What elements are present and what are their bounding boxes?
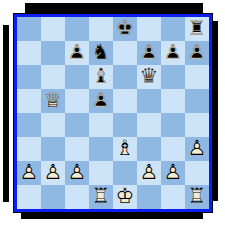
square-a7[interactable]: [17, 41, 41, 65]
white-pawn[interactable]: ♟♙: [161, 161, 185, 185]
black-knight[interactable]: ♞♘: [89, 41, 113, 65]
white-pawn[interactable]: ♟♙: [185, 137, 209, 161]
square-a4[interactable]: [17, 113, 41, 137]
black-pawn[interactable]: ♟♙: [137, 41, 161, 65]
knight-icon: ♞: [89, 41, 113, 65]
pawn-icon: ♟: [137, 161, 161, 185]
square-d6[interactable]: ♝♗: [89, 65, 113, 89]
square-b7[interactable]: [41, 41, 65, 65]
pawn-icon: ♟: [137, 41, 161, 65]
square-g1[interactable]: [161, 185, 185, 209]
black-king[interactable]: ♚♔: [113, 17, 137, 41]
white-bishop[interactable]: ♝♗: [113, 137, 137, 161]
rook-outline-icon: ♖: [185, 17, 209, 41]
white-rook[interactable]: ♜♖: [185, 185, 209, 209]
black-pawn[interactable]: ♟♙: [185, 41, 209, 65]
pawn-icon: ♟: [161, 161, 185, 185]
square-f4[interactable]: [137, 113, 161, 137]
king-icon: ♚: [113, 17, 137, 41]
pawn-icon: ♟: [65, 41, 89, 65]
white-pawn[interactable]: ♟♙: [17, 161, 41, 185]
pawn-outline-icon: ♙: [137, 161, 161, 185]
square-a1[interactable]: [17, 185, 41, 209]
square-a8[interactable]: [17, 17, 41, 41]
square-g3[interactable]: [161, 137, 185, 161]
rook-icon: ♜: [185, 185, 209, 209]
square-g2[interactable]: ♟♙: [161, 161, 185, 185]
square-b6[interactable]: [41, 65, 65, 89]
queen-icon: ♛: [41, 89, 65, 113]
pawn-outline-icon: ♙: [89, 89, 113, 113]
square-h7[interactable]: ♟♙: [185, 41, 209, 65]
board-frame: ♚♔♜♖♟♙♞♘♟♙♟♙♟♙♝♗♛♕♛♕♟♙♝♗♟♙♟♙♟♙♟♙♟♙♟♙♜♖♚♔…: [13, 13, 213, 213]
square-f6[interactable]: ♛♕: [137, 65, 161, 89]
square-d5[interactable]: ♟♙: [89, 89, 113, 113]
white-pawn[interactable]: ♟♙: [41, 161, 65, 185]
pawn-outline-icon: ♙: [185, 41, 209, 65]
board-border: ♚♔♜♖♟♙♞♘♟♙♟♙♟♙♝♗♛♕♛♕♟♙♝♗♟♙♟♙♟♙♟♙♟♙♟♙♜♖♚♔…: [14, 14, 212, 212]
board-shadow-top: [25, 3, 203, 13]
pawn-outline-icon: ♙: [65, 41, 89, 65]
square-c3[interactable]: [65, 137, 89, 161]
square-h2[interactable]: [185, 161, 209, 185]
queen-icon: ♛: [137, 65, 161, 89]
king-outline-icon: ♔: [113, 185, 137, 209]
square-c2[interactable]: ♟♙: [65, 161, 89, 185]
square-h6[interactable]: [185, 65, 209, 89]
square-d4[interactable]: [89, 113, 113, 137]
pawn-outline-icon: ♙: [41, 161, 65, 185]
square-f2[interactable]: ♟♙: [137, 161, 161, 185]
square-f1[interactable]: [137, 185, 161, 209]
chess-board: ♚♔♜♖♟♙♞♘♟♙♟♙♟♙♝♗♛♕♛♕♟♙♝♗♟♙♟♙♟♙♟♙♟♙♟♙♜♖♚♔…: [17, 17, 209, 209]
pawn-outline-icon: ♙: [65, 161, 89, 185]
square-d8[interactable]: [89, 17, 113, 41]
pawn-icon: ♟: [185, 41, 209, 65]
square-f8[interactable]: [137, 17, 161, 41]
black-pawn[interactable]: ♟♙: [89, 89, 113, 113]
rook-outline-icon: ♖: [89, 185, 113, 209]
pawn-outline-icon: ♙: [161, 161, 185, 185]
square-f5[interactable]: [137, 89, 161, 113]
square-f7[interactable]: ♟♙: [137, 41, 161, 65]
rook-icon: ♜: [89, 185, 113, 209]
pawn-icon: ♟: [185, 137, 209, 161]
square-c7[interactable]: ♟♙: [65, 41, 89, 65]
square-e4[interactable]: [113, 113, 137, 137]
square-b5[interactable]: ♛♕: [41, 89, 65, 113]
black-queen[interactable]: ♛♕: [137, 65, 161, 89]
square-b3[interactable]: [41, 137, 65, 161]
square-b2[interactable]: ♟♙: [41, 161, 65, 185]
square-g8[interactable]: [161, 17, 185, 41]
square-d2[interactable]: [89, 161, 113, 185]
pawn-outline-icon: ♙: [185, 137, 209, 161]
square-e6[interactable]: [113, 65, 137, 89]
square-e5[interactable]: [113, 89, 137, 113]
square-b4[interactable]: [41, 113, 65, 137]
white-king[interactable]: ♚♔: [113, 185, 137, 209]
bishop-icon: ♝: [113, 137, 137, 161]
square-c1[interactable]: [65, 185, 89, 209]
bishop-outline-icon: ♗: [113, 137, 137, 161]
square-g4[interactable]: [161, 113, 185, 137]
square-a2[interactable]: ♟♙: [17, 161, 41, 185]
queen-outline-icon: ♕: [41, 89, 65, 113]
square-e7[interactable]: [113, 41, 137, 65]
square-g5[interactable]: [161, 89, 185, 113]
square-e3[interactable]: ♝♗: [113, 137, 137, 161]
bishop-icon: ♝: [89, 65, 113, 89]
pawn-icon: ♟: [17, 161, 41, 185]
rook-icon: ♜: [185, 17, 209, 41]
square-d7[interactable]: ♞♘: [89, 41, 113, 65]
pawn-outline-icon: ♙: [137, 41, 161, 65]
black-rook[interactable]: ♜♖: [185, 17, 209, 41]
chess-diagram: ♚♔♜♖♟♙♞♘♟♙♟♙♟♙♝♗♛♕♛♕♟♙♝♗♟♙♟♙♟♙♟♙♟♙♟♙♜♖♚♔…: [0, 0, 225, 225]
black-bishop[interactable]: ♝♗: [89, 65, 113, 89]
pawn-icon: ♟: [41, 161, 65, 185]
pawn-outline-icon: ♙: [161, 41, 185, 65]
king-icon: ♚: [113, 185, 137, 209]
square-b8[interactable]: [41, 17, 65, 41]
square-c6[interactable]: [65, 65, 89, 89]
square-a3[interactable]: [17, 137, 41, 161]
square-c5[interactable]: [65, 89, 89, 113]
bishop-outline-icon: ♗: [89, 65, 113, 89]
king-outline-icon: ♔: [113, 17, 137, 41]
square-b1[interactable]: [41, 185, 65, 209]
square-g7[interactable]: ♟♙: [161, 41, 185, 65]
square-h5[interactable]: [185, 89, 209, 113]
black-pawn[interactable]: ♟♙: [65, 41, 89, 65]
knight-outline-icon: ♘: [89, 41, 113, 65]
square-h4[interactable]: [185, 113, 209, 137]
square-e2[interactable]: [113, 161, 137, 185]
square-f3[interactable]: [137, 137, 161, 161]
white-queen[interactable]: ♛♕: [41, 89, 65, 113]
pawn-icon: ♟: [65, 161, 89, 185]
square-e8[interactable]: ♚♔: [113, 17, 137, 41]
square-h3[interactable]: ♟♙: [185, 137, 209, 161]
square-h1[interactable]: ♜♖: [185, 185, 209, 209]
square-h8[interactable]: ♜♖: [185, 17, 209, 41]
square-a5[interactable]: [17, 89, 41, 113]
board-shadow-left: [3, 25, 9, 202]
square-g6[interactable]: [161, 65, 185, 89]
square-c4[interactable]: [65, 113, 89, 137]
pawn-icon: ♟: [89, 89, 113, 113]
pawn-icon: ♟: [161, 41, 185, 65]
white-rook[interactable]: ♜♖: [89, 185, 113, 209]
pawn-outline-icon: ♙: [17, 161, 41, 185]
white-pawn[interactable]: ♟♙: [65, 161, 89, 185]
black-pawn[interactable]: ♟♙: [161, 41, 185, 65]
queen-outline-icon: ♕: [137, 65, 161, 89]
square-c8[interactable]: [65, 17, 89, 41]
rook-outline-icon: ♖: [185, 185, 209, 209]
white-pawn[interactable]: ♟♙: [137, 161, 161, 185]
square-d3[interactable]: [89, 137, 113, 161]
square-d1[interactable]: ♜♖: [89, 185, 113, 209]
board-shadow-bottom: [21, 213, 203, 219]
square-a6[interactable]: [17, 65, 41, 89]
square-e1[interactable]: ♚♔: [113, 185, 137, 209]
